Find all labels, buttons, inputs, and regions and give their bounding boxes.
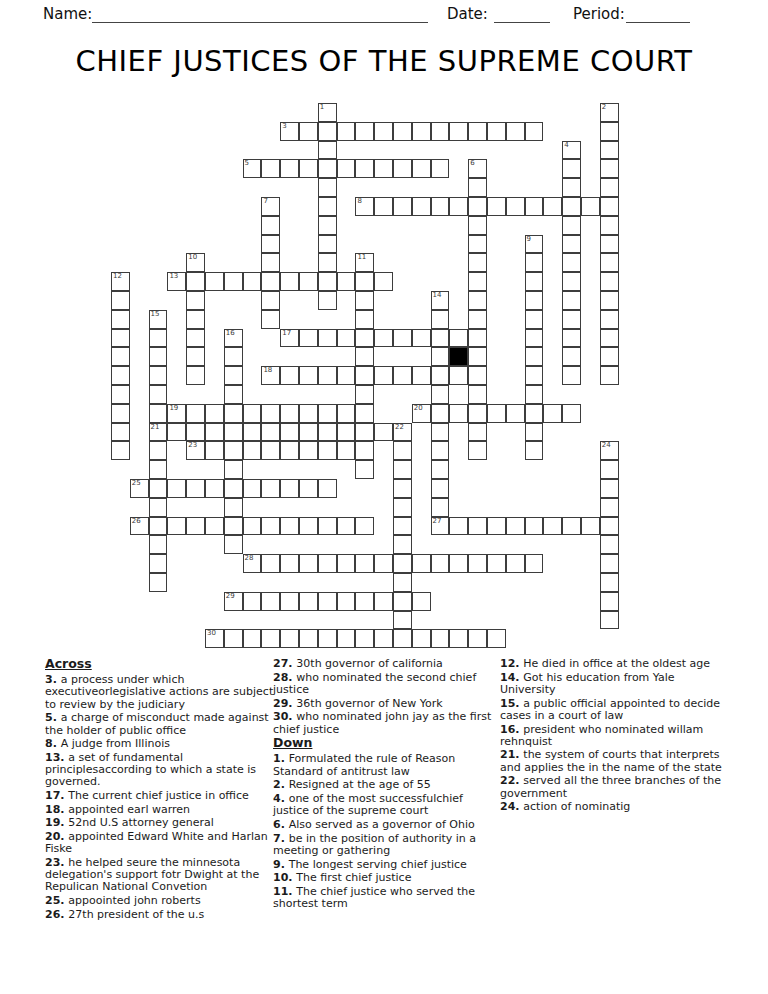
grid-cell[interactable]: [299, 404, 318, 423]
grid-cell[interactable]: [299, 122, 318, 141]
grid-cell[interactable]: [261, 554, 280, 573]
grid-cell[interactable]: [487, 197, 506, 216]
grid-cell[interactable]: [224, 423, 243, 442]
grid-cell[interactable]: [374, 366, 393, 385]
grid-cell[interactable]: [111, 366, 130, 385]
grid-cell[interactable]: 7: [261, 197, 280, 216]
grid-cell[interactable]: [600, 178, 619, 197]
grid-cell[interactable]: [431, 122, 450, 141]
grid-cell[interactable]: [111, 310, 130, 329]
grid-cell[interactable]: 2: [600, 103, 619, 122]
grid-cell[interactable]: [449, 517, 468, 536]
grid-cell[interactable]: [355, 329, 374, 348]
grid-cell[interactable]: [468, 385, 487, 404]
grid-cell[interactable]: [449, 404, 468, 423]
grid-cell[interactable]: [468, 272, 487, 291]
grid-cell[interactable]: 29: [224, 592, 243, 611]
grid-cell[interactable]: [393, 629, 412, 648]
grid-cell[interactable]: [337, 159, 356, 178]
grid-cell[interactable]: [412, 329, 431, 348]
grid-cell[interactable]: [243, 272, 262, 291]
grid-cell[interactable]: [224, 629, 243, 648]
grid-cell[interactable]: [224, 460, 243, 479]
grid-cell[interactable]: [562, 291, 581, 310]
grid-cell[interactable]: [243, 441, 262, 460]
grid-cell[interactable]: [487, 122, 506, 141]
grid-cell[interactable]: [562, 178, 581, 197]
grid-cell[interactable]: 30: [205, 629, 224, 648]
grid-cell[interactable]: [600, 197, 619, 216]
grid-cell[interactable]: 9: [525, 235, 544, 254]
grid-cell[interactable]: [205, 517, 224, 536]
grid-cell[interactable]: [393, 554, 412, 573]
grid-cell[interactable]: [205, 404, 224, 423]
grid-cell[interactable]: 10: [186, 253, 205, 272]
grid-cell[interactable]: [299, 329, 318, 348]
grid-cell[interactable]: [224, 385, 243, 404]
grid-cell[interactable]: [468, 253, 487, 272]
grid-cell[interactable]: [468, 423, 487, 442]
grid-cell[interactable]: [431, 310, 450, 329]
grid-cell[interactable]: [261, 216, 280, 235]
grid-cell[interactable]: [186, 517, 205, 536]
grid-cell[interactable]: [337, 592, 356, 611]
grid-cell[interactable]: [149, 366, 168, 385]
grid-cell[interactable]: [280, 159, 299, 178]
grid-cell[interactable]: [299, 272, 318, 291]
grid-cell[interactable]: [449, 329, 468, 348]
grid-cell[interactable]: [205, 423, 224, 442]
grid-cell[interactable]: [149, 517, 168, 536]
grid-cell[interactable]: [525, 122, 544, 141]
grid-cell[interactable]: [111, 291, 130, 310]
grid-cell[interactable]: [149, 329, 168, 348]
grid-cell[interactable]: 25: [130, 479, 149, 498]
grid-cell[interactable]: [393, 479, 412, 498]
grid-cell[interactable]: [412, 159, 431, 178]
grid-cell[interactable]: [487, 629, 506, 648]
grid-cell[interactable]: [525, 253, 544, 272]
grid-cell[interactable]: [280, 423, 299, 442]
grid-cell[interactable]: [243, 479, 262, 498]
grid-cell[interactable]: [337, 329, 356, 348]
grid-cell[interactable]: [318, 122, 337, 141]
grid-cell[interactable]: [600, 554, 619, 573]
grid-cell[interactable]: [468, 347, 487, 366]
grid-cell[interactable]: [562, 329, 581, 348]
grid-cell[interactable]: [355, 310, 374, 329]
grid-cell[interactable]: 17: [280, 329, 299, 348]
grid-cell[interactable]: [525, 329, 544, 348]
grid-cell[interactable]: 14: [431, 291, 450, 310]
grid-cell[interactable]: [318, 197, 337, 216]
grid-cell[interactable]: [149, 479, 168, 498]
grid-cell[interactable]: [337, 423, 356, 442]
grid-cell[interactable]: [318, 216, 337, 235]
grid-cell[interactable]: [243, 629, 262, 648]
grid-cell[interactable]: [224, 404, 243, 423]
grid-cell[interactable]: [224, 498, 243, 517]
grid-cell[interactable]: [261, 404, 280, 423]
grid-cell[interactable]: [562, 272, 581, 291]
grid-cell[interactable]: [600, 253, 619, 272]
grid-cell[interactable]: [600, 216, 619, 235]
grid-cell[interactable]: [261, 479, 280, 498]
grid-cell[interactable]: [149, 573, 168, 592]
grid-cell[interactable]: [449, 122, 468, 141]
grid-cell[interactable]: [581, 517, 600, 536]
grid-cell[interactable]: [280, 366, 299, 385]
grid-cell[interactable]: [111, 347, 130, 366]
grid-cell[interactable]: 19: [167, 404, 186, 423]
grid-cell[interactable]: [355, 460, 374, 479]
grid-cell[interactable]: [111, 404, 130, 423]
grid-cell[interactable]: [525, 291, 544, 310]
grid-cell[interactable]: [468, 329, 487, 348]
grid-cell[interactable]: [506, 554, 525, 573]
grid-cell[interactable]: [337, 404, 356, 423]
grid-cell[interactable]: [355, 592, 374, 611]
grid-cell[interactable]: [205, 479, 224, 498]
grid-cell[interactable]: [149, 498, 168, 517]
grid-cell[interactable]: [431, 629, 450, 648]
grid-cell[interactable]: [525, 517, 544, 536]
grid-cell[interactable]: [525, 197, 544, 216]
grid-cell[interactable]: [374, 159, 393, 178]
grid-cell[interactable]: [468, 235, 487, 254]
grid-cell[interactable]: [149, 554, 168, 573]
grid-cell[interactable]: 23: [186, 441, 205, 460]
grid-cell[interactable]: [374, 122, 393, 141]
grid-cell[interactable]: [111, 423, 130, 442]
grid-cell[interactable]: [525, 272, 544, 291]
grid-cell[interactable]: [374, 592, 393, 611]
grid-cell[interactable]: [562, 235, 581, 254]
grid-cell[interactable]: [468, 122, 487, 141]
grid-cell[interactable]: [111, 385, 130, 404]
grid-cell[interactable]: [261, 629, 280, 648]
grid-cell[interactable]: [261, 272, 280, 291]
grid-cell[interactable]: [186, 366, 205, 385]
grid-cell[interactable]: [431, 197, 450, 216]
grid-cell[interactable]: [449, 197, 468, 216]
grid-cell[interactable]: [600, 573, 619, 592]
grid-cell[interactable]: [393, 441, 412, 460]
grid-cell[interactable]: [299, 554, 318, 573]
grid-cell[interactable]: [374, 629, 393, 648]
grid-cell[interactable]: [186, 272, 205, 291]
grid-cell[interactable]: 12: [111, 272, 130, 291]
grid-cell[interactable]: [393, 329, 412, 348]
grid-cell[interactable]: [431, 159, 450, 178]
grid-cell[interactable]: [525, 347, 544, 366]
grid-cell[interactable]: [374, 423, 393, 442]
grid-cell[interactable]: [149, 404, 168, 423]
grid-cell[interactable]: [393, 611, 412, 630]
grid-cell[interactable]: 6: [468, 159, 487, 178]
grid-cell[interactable]: [186, 329, 205, 348]
grid-cell[interactable]: 24: [600, 441, 619, 460]
grid-cell[interactable]: 8: [355, 197, 374, 216]
grid-cell[interactable]: [393, 573, 412, 592]
grid-cell[interactable]: [525, 404, 544, 423]
grid-cell[interactable]: [506, 122, 525, 141]
grid-cell[interactable]: [412, 629, 431, 648]
grid-cell[interactable]: 20: [412, 404, 431, 423]
grid-cell[interactable]: [562, 347, 581, 366]
grid-cell[interactable]: [167, 479, 186, 498]
grid-cell[interactable]: [167, 423, 186, 442]
grid-cell[interactable]: [412, 122, 431, 141]
grid-cell[interactable]: [393, 592, 412, 611]
grid-cell[interactable]: 28: [243, 554, 262, 573]
grid-cell[interactable]: [468, 441, 487, 460]
grid-cell[interactable]: [600, 347, 619, 366]
grid-cell[interactable]: [393, 460, 412, 479]
grid-cell[interactable]: [487, 404, 506, 423]
grid-cell[interactable]: [111, 441, 130, 460]
grid-cell[interactable]: [562, 366, 581, 385]
grid-cell[interactable]: [468, 554, 487, 573]
grid-cell[interactable]: [280, 441, 299, 460]
grid-cell[interactable]: [318, 592, 337, 611]
grid-cell[interactable]: [149, 441, 168, 460]
grid-cell[interactable]: [449, 629, 468, 648]
grid-cell[interactable]: 5: [243, 159, 262, 178]
grid-cell[interactable]: [355, 629, 374, 648]
grid-cell[interactable]: [600, 611, 619, 630]
grid-cell[interactable]: [600, 592, 619, 611]
grid-cell[interactable]: 16: [224, 329, 243, 348]
grid-cell[interactable]: [280, 629, 299, 648]
grid-cell[interactable]: [318, 159, 337, 178]
grid-cell[interactable]: [280, 272, 299, 291]
grid-cell[interactable]: [280, 592, 299, 611]
grid-cell[interactable]: [299, 629, 318, 648]
grid-cell[interactable]: 22: [393, 423, 412, 442]
grid-cell[interactable]: [224, 347, 243, 366]
grid-cell[interactable]: [318, 141, 337, 160]
grid-cell[interactable]: [299, 366, 318, 385]
grid-cell[interactable]: [355, 272, 374, 291]
grid-cell[interactable]: [318, 629, 337, 648]
grid-cell[interactable]: [374, 554, 393, 573]
grid-cell[interactable]: [468, 404, 487, 423]
grid-cell[interactable]: [318, 404, 337, 423]
grid-cell[interactable]: [600, 272, 619, 291]
grid-cell[interactable]: [468, 366, 487, 385]
grid-cell[interactable]: [261, 253, 280, 272]
grid-cell[interactable]: [355, 291, 374, 310]
grid-cell[interactable]: [431, 423, 450, 442]
grid-cell[interactable]: [393, 535, 412, 554]
grid-cell[interactable]: [600, 535, 619, 554]
grid-cell[interactable]: [562, 404, 581, 423]
grid-cell[interactable]: [224, 479, 243, 498]
grid-cell[interactable]: [600, 498, 619, 517]
grid-cell[interactable]: [299, 592, 318, 611]
grid-cell[interactable]: [600, 235, 619, 254]
grid-cell[interactable]: [186, 291, 205, 310]
grid-cell[interactable]: [506, 197, 525, 216]
grid-cell[interactable]: [600, 329, 619, 348]
grid-cell[interactable]: [318, 517, 337, 536]
grid-cell[interactable]: [318, 253, 337, 272]
grid-cell[interactable]: [186, 479, 205, 498]
grid-cell[interactable]: [224, 517, 243, 536]
grid-cell[interactable]: [337, 441, 356, 460]
grid-cell[interactable]: [600, 291, 619, 310]
grid-cell[interactable]: [149, 460, 168, 479]
grid-cell[interactable]: [318, 423, 337, 442]
grid-cell[interactable]: [186, 310, 205, 329]
grid-cell[interactable]: [243, 592, 262, 611]
grid-cell[interactable]: [449, 366, 468, 385]
grid-cell[interactable]: [318, 441, 337, 460]
grid-cell[interactable]: [261, 235, 280, 254]
grid-cell[interactable]: [506, 517, 525, 536]
grid-cell[interactable]: 3: [280, 122, 299, 141]
grid-cell[interactable]: [186, 404, 205, 423]
grid-cell[interactable]: [299, 441, 318, 460]
grid-cell[interactable]: [431, 385, 450, 404]
grid-cell[interactable]: [299, 423, 318, 442]
grid-cell[interactable]: [412, 366, 431, 385]
grid-cell[interactable]: [431, 498, 450, 517]
grid-cell[interactable]: [224, 366, 243, 385]
grid-cell[interactable]: [431, 366, 450, 385]
grid-cell[interactable]: [600, 159, 619, 178]
grid-cell[interactable]: [337, 272, 356, 291]
grid-cell[interactable]: [487, 554, 506, 573]
grid-cell[interactable]: [205, 441, 224, 460]
grid-cell[interactable]: [318, 479, 337, 498]
grid-cell[interactable]: [205, 272, 224, 291]
grid-cell[interactable]: [337, 629, 356, 648]
grid-cell[interactable]: 13: [167, 272, 186, 291]
grid-cell[interactable]: [600, 517, 619, 536]
grid-cell[interactable]: [224, 535, 243, 554]
grid-cell[interactable]: [487, 517, 506, 536]
grid-cell[interactable]: 18: [261, 366, 280, 385]
grid-cell[interactable]: [280, 404, 299, 423]
grid-cell[interactable]: [431, 347, 450, 366]
grid-cell[interactable]: [525, 310, 544, 329]
grid-cell[interactable]: [337, 366, 356, 385]
grid-cell[interactable]: [562, 517, 581, 536]
grid-cell[interactable]: [600, 310, 619, 329]
grid-cell[interactable]: [355, 517, 374, 536]
grid-cell[interactable]: [280, 517, 299, 536]
grid-cell[interactable]: [243, 404, 262, 423]
grid-cell[interactable]: [600, 460, 619, 479]
grid-cell[interactable]: [318, 235, 337, 254]
grid-cell[interactable]: [355, 122, 374, 141]
grid-cell[interactable]: 1: [318, 103, 337, 122]
grid-cell[interactable]: [261, 159, 280, 178]
grid-cell[interactable]: [299, 517, 318, 536]
grid-cell[interactable]: [468, 517, 487, 536]
grid-cell[interactable]: [243, 423, 262, 442]
grid-cell[interactable]: [600, 122, 619, 141]
grid-cell[interactable]: [525, 366, 544, 385]
grid-cell[interactable]: [149, 347, 168, 366]
grid-cell[interactable]: [562, 216, 581, 235]
grid-cell[interactable]: [149, 535, 168, 554]
grid-cell[interactable]: [468, 216, 487, 235]
grid-cell[interactable]: [562, 310, 581, 329]
grid-cell[interactable]: 26: [130, 517, 149, 536]
grid-cell[interactable]: [374, 329, 393, 348]
grid-cell[interactable]: [280, 479, 299, 498]
grid-cell[interactable]: [355, 385, 374, 404]
grid-cell[interactable]: [318, 272, 337, 291]
grid-cell[interactable]: [468, 629, 487, 648]
grid-cell[interactable]: [167, 517, 186, 536]
grid-cell[interactable]: [355, 366, 374, 385]
grid-cell[interactable]: [525, 423, 544, 442]
grid-cell[interactable]: [525, 385, 544, 404]
grid-cell[interactable]: [318, 291, 337, 310]
grid-cell[interactable]: [412, 592, 431, 611]
grid-cell[interactable]: [111, 329, 130, 348]
grid-cell[interactable]: [280, 554, 299, 573]
grid-cell[interactable]: [506, 404, 525, 423]
grid-cell[interactable]: [562, 197, 581, 216]
grid-cell[interactable]: 15: [149, 310, 168, 329]
grid-cell[interactable]: [600, 479, 619, 498]
grid-cell[interactable]: [468, 291, 487, 310]
grid-cell[interactable]: [261, 291, 280, 310]
grid-cell[interactable]: [261, 441, 280, 460]
grid-cell[interactable]: [393, 159, 412, 178]
grid-cell[interactable]: 4: [562, 141, 581, 160]
grid-cell[interactable]: [224, 441, 243, 460]
grid-cell[interactable]: [525, 441, 544, 460]
grid-cell[interactable]: [374, 197, 393, 216]
grid-cell[interactable]: [261, 592, 280, 611]
grid-cell[interactable]: [355, 423, 374, 442]
grid-cell[interactable]: [186, 347, 205, 366]
grid-cell[interactable]: [261, 310, 280, 329]
grid-cell[interactable]: [337, 517, 356, 536]
grid-cell[interactable]: [600, 141, 619, 160]
grid-cell[interactable]: [374, 272, 393, 291]
grid-cell[interactable]: 21: [149, 423, 168, 442]
grid-cell[interactable]: [412, 554, 431, 573]
grid-cell[interactable]: [468, 310, 487, 329]
grid-cell[interactable]: [543, 404, 562, 423]
grid-cell[interactable]: [299, 479, 318, 498]
grid-cell[interactable]: 27: [431, 517, 450, 536]
grid-cell[interactable]: [431, 479, 450, 498]
grid-cell[interactable]: [318, 366, 337, 385]
grid-cell[interactable]: [261, 517, 280, 536]
grid-cell[interactable]: [355, 404, 374, 423]
grid-cell[interactable]: [149, 385, 168, 404]
grid-cell[interactable]: [337, 554, 356, 573]
grid-cell[interactable]: [468, 178, 487, 197]
grid-cell[interactable]: [449, 554, 468, 573]
grid-cell[interactable]: [393, 197, 412, 216]
grid-cell[interactable]: [393, 122, 412, 141]
grid-cell[interactable]: [431, 404, 450, 423]
grid-cell[interactable]: [431, 329, 450, 348]
grid-cell[interactable]: [543, 517, 562, 536]
grid-cell[interactable]: [355, 554, 374, 573]
grid-cell[interactable]: [412, 197, 431, 216]
grid-cell[interactable]: 11: [355, 253, 374, 272]
